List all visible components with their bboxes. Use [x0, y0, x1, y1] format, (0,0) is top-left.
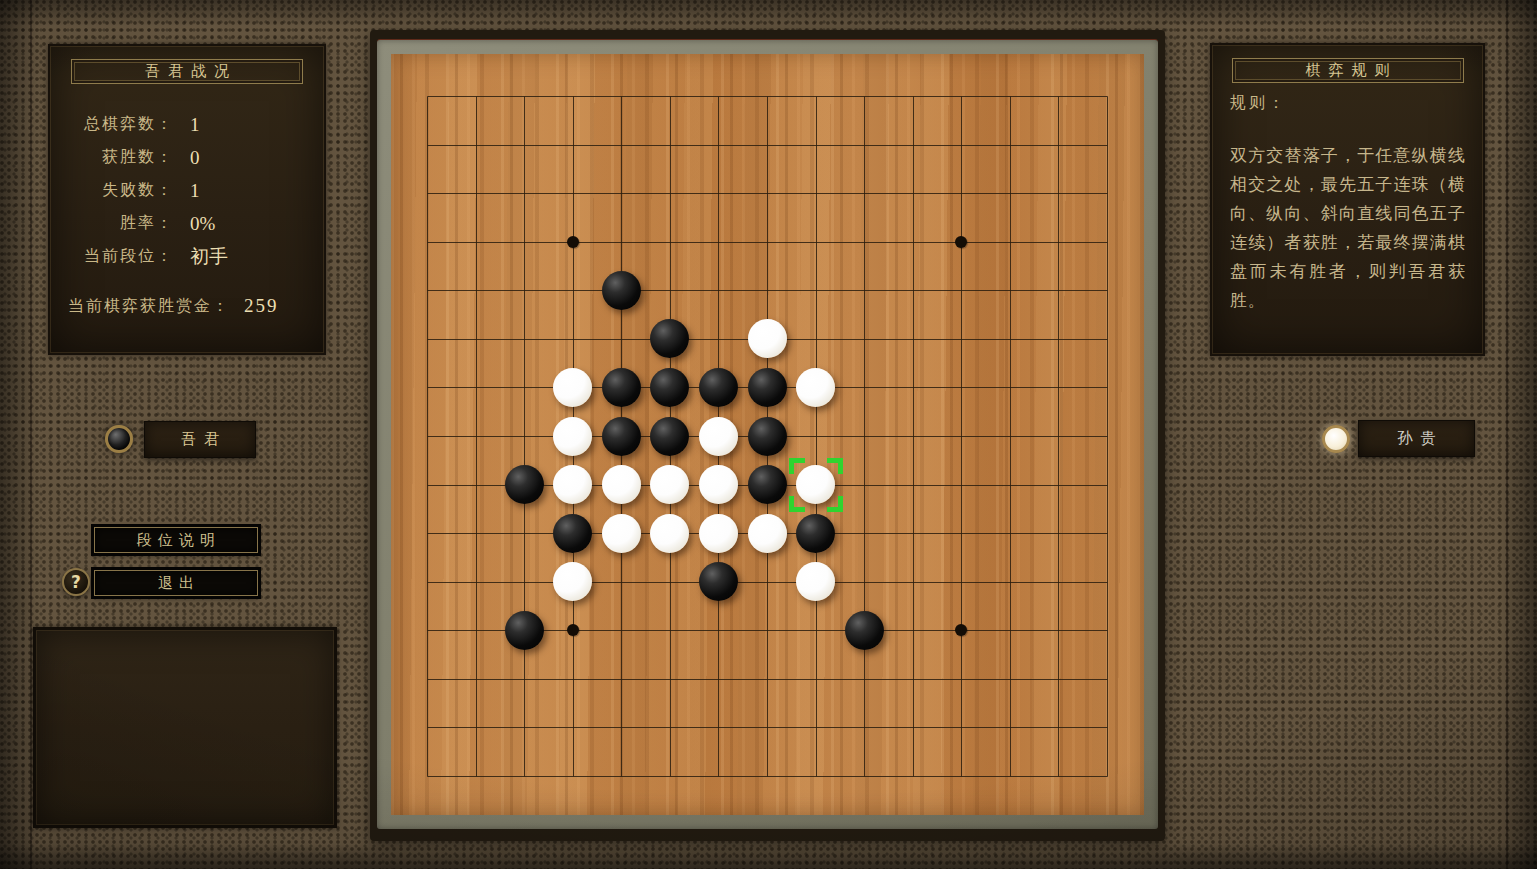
- black-stone: [748, 417, 787, 456]
- stats-rows: 总棋弈数：1获胜数：0失败数：1胜率：0%当前段位：初手: [50, 108, 324, 273]
- black-stone: [505, 611, 544, 650]
- black-stone: [553, 514, 592, 553]
- last-move-marker: [789, 458, 843, 512]
- marker-corner: [789, 496, 805, 512]
- stat-label: 当前段位：: [50, 246, 174, 267]
- white-stone: [748, 319, 787, 358]
- stat-row: 总棋弈数：1: [50, 108, 324, 141]
- stat-label: 总棋弈数：: [50, 114, 174, 135]
- white-player-stone-icon: [1322, 425, 1350, 453]
- black-stone: [748, 465, 787, 504]
- white-player-name-plate: 孙贵: [1358, 420, 1475, 457]
- black-stone: [845, 611, 884, 650]
- black-stone: [796, 514, 835, 553]
- rules-text: 双方交替落子，于任意纵横线相交之处，最先五子连珠（横向、纵向、斜向直线同色五子连…: [1230, 141, 1466, 315]
- marker-corner: [827, 496, 843, 512]
- help-icon[interactable]: ?: [62, 568, 90, 596]
- stat-row: 当前段位：初手: [50, 240, 324, 273]
- stat-value: 0%: [190, 213, 215, 235]
- white-stone: [602, 514, 641, 553]
- exit-button[interactable]: 退出: [94, 570, 258, 596]
- black-stone: [505, 465, 544, 504]
- white-stone: [796, 368, 835, 407]
- black-stone: [650, 417, 689, 456]
- stat-label: 胜率：: [50, 213, 174, 234]
- black-stone: [748, 368, 787, 407]
- rank-info-button-label: 段位说明: [131, 531, 221, 550]
- stat-row: 失败数：1: [50, 174, 324, 207]
- white-stone: [699, 465, 738, 504]
- bounty-label: 当前棋弈获胜赏金：: [68, 296, 230, 317]
- black-stone: [699, 562, 738, 601]
- stat-row: 胜率：0%: [50, 207, 324, 240]
- white-stone: [553, 465, 592, 504]
- rules-label: 规则：: [1230, 93, 1483, 114]
- message-panel: [33, 627, 337, 828]
- stats-panel-title: 吾君战况: [137, 62, 237, 81]
- stat-value: 1: [190, 114, 200, 136]
- game-screen: 吾君战况 总棋弈数：1获胜数：0失败数：1胜率：0%当前段位：初手 当前棋弈获胜…: [0, 0, 1537, 869]
- white-stone: [748, 514, 787, 553]
- exit-button-label: 退出: [152, 574, 200, 593]
- star-point: [955, 236, 967, 248]
- white-stone: [699, 514, 738, 553]
- stat-row: 获胜数：0: [50, 141, 324, 174]
- stat-value: 初手: [190, 244, 228, 270]
- black-player-stone-icon: [105, 425, 133, 453]
- board-frame: [377, 40, 1158, 829]
- bounty-row: 当前棋弈获胜赏金： 259: [68, 295, 324, 317]
- black-player-name-plate: 吾君: [144, 421, 256, 458]
- board-wood: [391, 54, 1144, 815]
- black-player-name: 吾君: [173, 430, 227, 449]
- help-icon-glyph: ?: [71, 572, 81, 592]
- white-stone: [602, 465, 641, 504]
- background-seam: [1506, 0, 1508, 869]
- marker-corner: [789, 458, 805, 474]
- gomoku-board: [370, 30, 1165, 841]
- star-point: [567, 236, 579, 248]
- stat-label: 获胜数：: [50, 147, 174, 168]
- board-grid[interactable]: [427, 96, 1108, 777]
- white-stone: [553, 368, 592, 407]
- black-stone: [602, 368, 641, 407]
- black-stone: [650, 368, 689, 407]
- white-stone: [796, 562, 835, 601]
- star-point: [567, 624, 579, 636]
- bounty-value: 259: [244, 295, 279, 317]
- white-player-name: 孙贵: [1390, 429, 1444, 448]
- background-seam: [30, 0, 32, 869]
- stats-panel: 吾君战况 总棋弈数：1获胜数：0失败数：1胜率：0%当前段位：初手 当前棋弈获胜…: [48, 44, 326, 355]
- black-stone: [602, 417, 641, 456]
- rules-panel-title-box: 棋弈规则: [1232, 58, 1464, 83]
- white-stone: [650, 514, 689, 553]
- marker-corner: [827, 458, 843, 474]
- stat-label: 失败数：: [50, 180, 174, 201]
- black-stone: [699, 368, 738, 407]
- white-stone: [699, 417, 738, 456]
- rules-panel-title: 棋弈规则: [1298, 61, 1398, 80]
- stat-value: 0: [190, 147, 200, 169]
- stat-value: 1: [190, 180, 200, 202]
- rules-panel: 棋弈规则 规则： 双方交替落子，于任意纵横线相交之处，最先五子连珠（横向、纵向、…: [1210, 43, 1485, 356]
- white-stone: [553, 417, 592, 456]
- stats-panel-title-box: 吾君战况: [71, 59, 303, 84]
- black-stone: [602, 271, 641, 310]
- rank-info-button[interactable]: 段位说明: [94, 527, 258, 553]
